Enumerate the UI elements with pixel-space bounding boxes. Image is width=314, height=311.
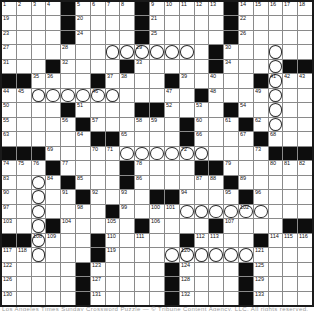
cell-r21c14[interactable]	[195, 292, 209, 305]
cell-r20c7[interactable]: 127	[91, 277, 105, 290]
cell-r1c8[interactable]: 7	[106, 2, 120, 15]
cell-r11c10[interactable]	[135, 147, 149, 160]
cell-r14c15[interactable]	[209, 190, 223, 203]
cell-r14c16[interactable]: 95	[224, 190, 238, 203]
cell-r8c17[interactable]: 54	[239, 103, 253, 116]
cell-r12c7[interactable]	[91, 161, 105, 174]
cell-r9c11[interactable]: 59	[150, 118, 164, 131]
cell-r7c13[interactable]	[180, 89, 194, 102]
cell-r4c10[interactable]: 29	[135, 45, 149, 58]
cell-r3c7[interactable]	[91, 31, 105, 44]
cell-r19c15[interactable]	[209, 263, 223, 276]
cell-r14c1[interactable]: 90	[2, 190, 16, 203]
cell-r5c16[interactable]: 34	[224, 60, 238, 73]
cell-r15c1[interactable]: 97	[2, 205, 16, 218]
cell-r10c21[interactable]	[298, 132, 312, 145]
cell-r14c14[interactable]	[195, 190, 209, 203]
cell-r6c9[interactable]: 38	[120, 74, 134, 87]
cell-r1c9[interactable]: 8	[120, 2, 134, 15]
cell-r15c15[interactable]	[209, 205, 223, 218]
cell-r8c12[interactable]: 52	[165, 103, 179, 116]
cell-r18c17[interactable]	[239, 248, 253, 261]
cell-r9c10[interactable]: 58	[135, 118, 149, 131]
cell-r8c3[interactable]	[32, 103, 46, 116]
cell-r14c7[interactable]: 92	[91, 190, 105, 203]
cell-r3c15[interactable]	[209, 31, 223, 44]
cell-r12c19[interactable]: 80	[269, 161, 283, 174]
cell-r8c20[interactable]	[283, 103, 297, 116]
cell-r16c11[interactable]: 106	[150, 219, 164, 232]
cell-r17c15[interactable]: 113	[209, 234, 223, 247]
cell-r20c14[interactable]	[195, 277, 209, 290]
cell-r9c20[interactable]	[283, 118, 297, 131]
cell-r3c4[interactable]	[46, 31, 60, 44]
cell-r21c15[interactable]	[209, 292, 223, 305]
cell-r21c8[interactable]	[106, 292, 120, 305]
cell-r14c10[interactable]	[135, 190, 149, 203]
cell-r18c16[interactable]	[224, 248, 238, 261]
cell-r19c9[interactable]	[120, 263, 134, 276]
cell-r20c10[interactable]	[135, 277, 149, 290]
cell-r3c14[interactable]	[195, 31, 209, 44]
cell-r13c15[interactable]: 88	[209, 176, 223, 189]
cell-r6c13[interactable]: 39	[180, 74, 194, 87]
cell-r19c11[interactable]	[150, 263, 164, 276]
cell-r1c19[interactable]: 16	[269, 2, 283, 15]
cell-r21c3[interactable]	[32, 292, 46, 305]
cell-r4c11[interactable]	[150, 45, 164, 58]
cell-r6c14[interactable]	[195, 74, 209, 87]
cell-r5c7[interactable]	[91, 60, 105, 73]
cell-r9c18[interactable]: 62	[254, 118, 268, 131]
cell-r8c13[interactable]	[180, 103, 194, 116]
cell-r20c3[interactable]	[32, 277, 46, 290]
cell-r12c11[interactable]	[150, 161, 164, 174]
cell-r2c8[interactable]	[106, 16, 120, 29]
cell-r4c1[interactable]: 27	[2, 45, 16, 58]
cell-r17c9[interactable]	[120, 234, 134, 247]
cell-r2c3[interactable]	[32, 16, 46, 29]
cell-r13c6[interactable]: 85	[76, 176, 90, 189]
cell-r17c16[interactable]	[224, 234, 238, 247]
cell-r21c13[interactable]: 132	[180, 292, 194, 305]
cell-r8c8[interactable]	[106, 103, 120, 116]
cell-r9c15[interactable]	[209, 118, 223, 131]
cell-r6c6[interactable]	[76, 74, 90, 87]
cell-r9c7[interactable]: 57	[91, 118, 105, 131]
cell-r14c13[interactable]: 94	[180, 190, 194, 203]
cell-r11c5[interactable]	[61, 147, 75, 160]
cell-r6c3[interactable]: 35	[32, 74, 46, 87]
cell-r9c1[interactable]: 55	[2, 118, 16, 131]
cell-r3c8[interactable]	[106, 31, 120, 44]
cell-r5c19[interactable]	[269, 60, 283, 73]
cell-r21c2[interactable]	[17, 292, 31, 305]
cell-r21c21[interactable]	[298, 292, 312, 305]
cell-r15c6[interactable]: 98	[76, 205, 90, 218]
cell-r13c2[interactable]	[17, 176, 31, 189]
cell-r15c19[interactable]	[269, 205, 283, 218]
cell-r21c11[interactable]	[150, 292, 164, 305]
cell-r5c13[interactable]	[180, 60, 194, 73]
cell-r8c7[interactable]	[91, 103, 105, 116]
cell-r3c21[interactable]	[298, 31, 312, 44]
cell-r21c19[interactable]	[269, 292, 283, 305]
cell-r7c4[interactable]	[46, 89, 60, 102]
cell-r15c4[interactable]	[46, 205, 60, 218]
cell-r1c14[interactable]: 12	[195, 2, 209, 15]
cell-r18c6[interactable]	[76, 248, 90, 261]
cell-r1c15[interactable]: 13	[209, 2, 223, 15]
cell-r14c5[interactable]: 91	[61, 190, 75, 203]
cell-r7c3[interactable]	[32, 89, 46, 102]
cell-r5c18[interactable]	[254, 60, 268, 73]
cell-r16c17[interactable]	[239, 219, 253, 232]
cell-r6c17[interactable]	[239, 74, 253, 87]
cell-r6c21[interactable]: 43	[298, 74, 312, 87]
cell-r9c14[interactable]: 60	[195, 118, 209, 131]
cell-r3c3[interactable]	[32, 31, 46, 44]
cell-r19c4[interactable]	[46, 263, 60, 276]
cell-r10c11[interactable]	[150, 132, 164, 145]
cell-r15c7[interactable]	[91, 205, 105, 218]
cell-r16c13[interactable]	[180, 219, 194, 232]
cell-r12c18[interactable]	[254, 161, 268, 174]
cell-r19c5[interactable]	[61, 263, 75, 276]
cell-r9c21[interactable]	[298, 118, 312, 131]
cell-r11c11[interactable]	[150, 147, 164, 160]
cell-r3c11[interactable]: 25	[150, 31, 164, 44]
cell-r11c12[interactable]	[165, 147, 179, 160]
cell-r2c14[interactable]	[195, 16, 209, 29]
cell-r18c18[interactable]: 121	[254, 248, 268, 261]
cell-r2c9[interactable]	[120, 16, 134, 29]
cell-r18c10[interactable]	[135, 248, 149, 261]
cell-r17c3[interactable]: 108	[32, 234, 46, 247]
cell-r13c19[interactable]	[269, 176, 283, 189]
cell-r9c12[interactable]	[165, 118, 179, 131]
cell-r4c5[interactable]: 28	[61, 45, 75, 58]
cell-r3c13[interactable]	[180, 31, 194, 44]
cell-r2c4[interactable]	[46, 16, 60, 29]
cell-r15c2[interactable]	[17, 205, 31, 218]
cell-r16c2[interactable]	[17, 219, 31, 232]
cell-r8c14[interactable]: 53	[195, 103, 209, 116]
cell-r17c14[interactable]: 112	[195, 234, 209, 247]
cell-r4c8[interactable]	[106, 45, 120, 58]
cell-r8c21[interactable]	[298, 103, 312, 116]
cell-r3c2[interactable]	[17, 31, 31, 44]
cell-r10c20[interactable]	[283, 132, 297, 145]
cell-r18c3[interactable]	[32, 248, 46, 261]
cell-r17c21[interactable]: 116	[298, 234, 312, 247]
cell-r12c5[interactable]: 77	[61, 161, 75, 174]
cell-r11c16[interactable]	[224, 147, 238, 160]
cell-r20c13[interactable]: 128	[180, 277, 194, 290]
cell-r13c21[interactable]	[298, 176, 312, 189]
cell-r11c18[interactable]: 73	[254, 147, 268, 160]
cell-r16c5[interactable]: 104	[61, 219, 75, 232]
cell-r16c14[interactable]	[195, 219, 209, 232]
cell-r16c1[interactable]: 103	[2, 219, 16, 232]
cell-r1c11[interactable]: 9	[150, 2, 164, 15]
cell-r12c10[interactable]: 78	[135, 161, 149, 174]
cell-r19c13[interactable]: 124	[180, 263, 194, 276]
cell-r18c5[interactable]	[61, 248, 75, 261]
cell-r19c1[interactable]: 122	[2, 263, 16, 276]
cell-r19c21[interactable]	[298, 263, 312, 276]
cell-r12c17[interactable]	[239, 161, 253, 174]
cell-r1c17[interactable]: 14	[239, 2, 253, 15]
cell-r10c17[interactable]: 67	[239, 132, 253, 145]
cell-r4c13[interactable]	[180, 45, 194, 58]
cell-r13c7[interactable]	[91, 176, 105, 189]
cell-r13c10[interactable]: 86	[135, 176, 149, 189]
cell-r19c18[interactable]: 125	[254, 263, 268, 276]
cell-r11c17[interactable]	[239, 147, 253, 160]
cell-r18c20[interactable]	[283, 248, 297, 261]
cell-r16c6[interactable]	[76, 219, 90, 232]
cell-r15c12[interactable]: 101	[165, 205, 179, 218]
cell-r14c19[interactable]	[269, 190, 283, 203]
cell-r20c11[interactable]	[150, 277, 164, 290]
cell-r9c3[interactable]	[32, 118, 46, 131]
cell-r2c11[interactable]: 21	[150, 16, 164, 29]
cell-r18c14[interactable]	[195, 248, 209, 261]
cell-r2c2[interactable]	[17, 16, 31, 29]
cell-r15c18[interactable]	[254, 205, 268, 218]
cell-r18c1[interactable]: 117	[2, 248, 16, 261]
cell-r21c20[interactable]	[283, 292, 297, 305]
cell-r12c20[interactable]: 81	[283, 161, 297, 174]
cell-r3c18[interactable]	[254, 31, 268, 44]
cell-r16c16[interactable]: 107	[224, 219, 238, 232]
cell-r1c20[interactable]: 17	[283, 2, 297, 15]
cell-r1c21[interactable]: 18	[298, 2, 312, 15]
cell-r13c13[interactable]	[180, 176, 194, 189]
cell-r18c9[interactable]	[120, 248, 134, 261]
cell-r3c6[interactable]: 24	[76, 31, 90, 44]
cell-r17c11[interactable]	[150, 234, 164, 247]
cell-r2c1[interactable]: 19	[2, 16, 16, 29]
cell-r1c13[interactable]: 11	[180, 2, 194, 15]
cell-r2c7[interactable]	[91, 16, 105, 29]
cell-r11c15[interactable]	[209, 147, 223, 160]
cell-r15c9[interactable]: 99	[120, 205, 134, 218]
cell-r2c13[interactable]	[180, 16, 194, 29]
cell-r16c8[interactable]: 105	[106, 219, 120, 232]
cell-r19c20[interactable]	[283, 263, 297, 276]
cell-r4c21[interactable]	[298, 45, 312, 58]
cell-r2c18[interactable]	[254, 16, 268, 29]
cell-r19c2[interactable]	[17, 263, 31, 276]
cell-r1c1[interactable]: 1	[2, 2, 16, 15]
cell-r16c12[interactable]	[165, 219, 179, 232]
cell-r19c3[interactable]	[32, 263, 46, 276]
cell-r17c17[interactable]	[239, 234, 253, 247]
cell-r12c8[interactable]	[106, 161, 120, 174]
cell-r20c19[interactable]	[269, 277, 283, 290]
cell-r12c21[interactable]: 82	[298, 161, 312, 174]
cell-r11c9[interactable]	[120, 147, 134, 160]
cell-r8c6[interactable]: 51	[76, 103, 90, 116]
cell-r10c19[interactable]: 68	[269, 132, 283, 145]
cell-r4c2[interactable]	[17, 45, 31, 58]
cell-r17c4[interactable]: 109	[46, 234, 60, 247]
cell-r14c20[interactable]	[283, 190, 297, 203]
cell-r7c18[interactable]: 49	[254, 89, 268, 102]
cell-r9c5[interactable]: 56	[61, 118, 75, 131]
cell-r7c11[interactable]	[150, 89, 164, 102]
cell-r19c8[interactable]	[106, 263, 120, 276]
cell-r18c21[interactable]	[298, 248, 312, 261]
cell-r12c3[interactable]: 76	[32, 161, 46, 174]
cell-r9c16[interactable]: 61	[224, 118, 238, 131]
cell-r2c15[interactable]	[209, 16, 223, 29]
cell-r20c15[interactable]	[209, 277, 223, 290]
cell-r6c20[interactable]: 42	[283, 74, 297, 87]
cell-r7c2[interactable]: 45	[17, 89, 31, 102]
cell-r16c3[interactable]	[32, 219, 46, 232]
cell-r14c8[interactable]	[106, 190, 120, 203]
cell-r18c15[interactable]	[209, 248, 223, 261]
cell-r6c16[interactable]	[224, 74, 238, 87]
cell-r7c17[interactable]	[239, 89, 253, 102]
cell-r6c5[interactable]	[61, 74, 75, 87]
cell-r14c18[interactable]: 96	[254, 190, 268, 203]
cell-r15c3[interactable]	[32, 205, 46, 218]
cell-r6c4[interactable]: 36	[46, 74, 60, 87]
cell-r6c19[interactable]: 41	[269, 74, 283, 87]
cell-r8c4[interactable]	[46, 103, 60, 116]
cell-r4c18[interactable]	[254, 45, 268, 58]
cell-r20c16[interactable]	[224, 277, 238, 290]
cell-r6c15[interactable]: 40	[209, 74, 223, 87]
cell-r13c4[interactable]: 84	[46, 176, 60, 189]
cell-r12c6[interactable]	[76, 161, 90, 174]
cell-r7c16[interactable]	[224, 89, 238, 102]
cell-r2c20[interactable]	[283, 16, 297, 29]
cell-r5c5[interactable]: 32	[61, 60, 75, 73]
cell-r17c12[interactable]	[165, 234, 179, 247]
cell-r7c20[interactable]	[283, 89, 297, 102]
cell-r10c16[interactable]	[224, 132, 238, 145]
cell-r5c3[interactable]	[32, 60, 46, 73]
cell-r18c8[interactable]: 119	[106, 248, 120, 261]
cell-r11c4[interactable]: 69	[46, 147, 60, 160]
cell-r9c9[interactable]	[120, 118, 134, 131]
cell-r14c9[interactable]: 93	[120, 190, 134, 203]
cell-r17c19[interactable]: 114	[269, 234, 283, 247]
cell-r5c1[interactable]: 31	[2, 60, 16, 73]
cell-r21c5[interactable]	[61, 292, 75, 305]
cell-r13c11[interactable]	[150, 176, 164, 189]
cell-r8c18[interactable]	[254, 103, 268, 116]
cell-r9c19[interactable]	[269, 118, 283, 131]
cell-r2c12[interactable]	[165, 16, 179, 29]
cell-r6c10[interactable]	[135, 74, 149, 87]
cell-r15c20[interactable]	[283, 205, 297, 218]
cell-r5c12[interactable]	[165, 60, 179, 73]
cell-r17c10[interactable]: 111	[135, 234, 149, 247]
cell-r7c9[interactable]	[120, 89, 134, 102]
cell-r3c17[interactable]: 26	[239, 31, 253, 44]
cell-r4c4[interactable]	[46, 45, 60, 58]
cell-r9c2[interactable]	[17, 118, 31, 131]
cell-r16c19[interactable]	[269, 219, 283, 232]
cell-r19c14[interactable]	[195, 263, 209, 276]
cell-r5c6[interactable]	[76, 60, 90, 73]
cell-r17c6[interactable]	[76, 234, 90, 247]
cell-r21c7[interactable]: 131	[91, 292, 105, 305]
cell-r1c4[interactable]: 4	[46, 2, 60, 15]
cell-r14c21[interactable]	[298, 190, 312, 203]
cell-r7c6[interactable]	[76, 89, 90, 102]
cell-r7c7[interactable]: 46	[91, 89, 105, 102]
cell-r18c2[interactable]: 118	[17, 248, 31, 261]
cell-r12c2[interactable]: 75	[17, 161, 31, 174]
cell-r9c8[interactable]	[106, 118, 120, 131]
cell-r3c12[interactable]	[165, 31, 179, 44]
cell-r3c19[interactable]	[269, 31, 283, 44]
cell-r7c21[interactable]	[298, 89, 312, 102]
cell-r21c16[interactable]	[224, 292, 238, 305]
cell-r4c16[interactable]: 30	[224, 45, 238, 58]
cell-r4c7[interactable]	[91, 45, 105, 58]
cell-r5c8[interactable]	[106, 60, 120, 73]
cell-r15c21[interactable]	[298, 205, 312, 218]
cell-r18c11[interactable]	[150, 248, 164, 261]
cell-r11c14[interactable]	[195, 147, 209, 160]
cell-r1c7[interactable]: 6	[91, 2, 105, 15]
cell-r4c12[interactable]	[165, 45, 179, 58]
cell-r3c9[interactable]	[120, 31, 134, 44]
cell-r10c5[interactable]	[61, 132, 75, 145]
cell-r10c1[interactable]: 63	[2, 132, 16, 145]
cell-r3c20[interactable]	[283, 31, 297, 44]
cell-r9c4[interactable]	[46, 118, 60, 131]
cell-r20c4[interactable]	[46, 277, 60, 290]
cell-r12c12[interactable]	[165, 161, 179, 174]
cell-r2c17[interactable]: 22	[239, 16, 253, 29]
cell-r20c2[interactable]	[17, 277, 31, 290]
cell-r19c19[interactable]	[269, 263, 283, 276]
cell-r15c13[interactable]	[180, 205, 194, 218]
cell-r12c16[interactable]: 79	[224, 161, 238, 174]
cell-r4c19[interactable]	[269, 45, 283, 58]
cell-r15c11[interactable]: 100	[150, 205, 164, 218]
cell-r4c3[interactable]	[32, 45, 46, 58]
cell-r5c2[interactable]	[17, 60, 31, 73]
cell-r15c10[interactable]	[135, 205, 149, 218]
cell-r18c12[interactable]	[165, 248, 179, 261]
cell-r19c7[interactable]: 123	[91, 263, 105, 276]
cell-r7c8[interactable]	[106, 89, 120, 102]
cell-r6c8[interactable]: 37	[106, 74, 120, 87]
cell-r10c12[interactable]	[165, 132, 179, 145]
cell-r4c17[interactable]	[239, 45, 253, 58]
cell-r16c18[interactable]	[254, 219, 268, 232]
cell-r13c3[interactable]	[32, 176, 46, 189]
cell-r2c19[interactable]	[269, 16, 283, 29]
cell-r16c9[interactable]	[120, 219, 134, 232]
cell-r13c18[interactable]	[254, 176, 268, 189]
cell-r10c15[interactable]	[209, 132, 223, 145]
cell-r8c9[interactable]	[120, 103, 134, 116]
cell-r10c3[interactable]	[32, 132, 46, 145]
cell-r11c7[interactable]: 70	[91, 147, 105, 160]
cell-r7c12[interactable]: 47	[165, 89, 179, 102]
